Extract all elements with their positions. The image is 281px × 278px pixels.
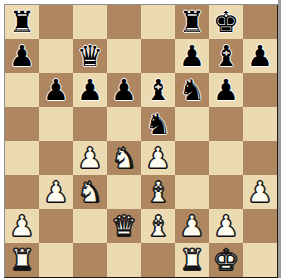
piece-white-rook-a1[interactable]: ♜ [9,243,35,277]
square-e3[interactable]: ♝ [141,175,175,209]
square-e2[interactable]: ♝ [141,209,175,243]
piece-white-knight-d4[interactable]: ♞ [111,141,137,175]
square-h8[interactable] [243,5,277,39]
square-f4[interactable] [175,141,209,175]
piece-black-knight-e5[interactable]: ♞ [145,107,171,141]
square-e5[interactable]: ♞ [141,107,175,141]
square-h3[interactable]: ♟ [243,175,277,209]
square-f1[interactable]: ♜ [175,243,209,277]
square-e4[interactable]: ♟ [141,141,175,175]
square-d7[interactable] [107,39,141,73]
square-b5[interactable] [39,107,73,141]
square-g6[interactable]: ♟ [209,73,243,107]
square-d2[interactable]: ♛ [107,209,141,243]
piece-white-pawn-h3[interactable]: ♟ [247,175,273,209]
square-c5[interactable] [73,107,107,141]
square-h1[interactable] [243,243,277,277]
square-b7[interactable] [39,39,73,73]
square-a1[interactable]: ♜ [5,243,39,277]
square-a3[interactable] [5,175,39,209]
piece-white-pawn-a2[interactable]: ♟ [9,209,35,243]
square-g5[interactable] [209,107,243,141]
piece-white-knight-c3[interactable]: ♞ [77,175,103,209]
piece-black-pawn-c6[interactable]: ♟ [77,73,103,107]
square-f5[interactable] [175,107,209,141]
piece-black-queen-c7[interactable]: ♛ [77,39,103,73]
square-h5[interactable] [243,107,277,141]
square-e8[interactable] [141,5,175,39]
square-e6[interactable]: ♝ [141,73,175,107]
piece-white-bishop-e2[interactable]: ♝ [145,209,171,243]
square-h7[interactable]: ♟ [243,39,277,73]
square-f2[interactable]: ♟ [175,209,209,243]
square-c3[interactable]: ♞ [73,175,107,209]
chess-board[interactable]: ♜♜♚♟♛♟♝♟♟♟♟♝♞♟♞♟♞♟♟♞♝♟♟♛♝♟♟♜♜♚ [5,5,277,277]
square-d1[interactable] [107,243,141,277]
square-g8[interactable]: ♚ [209,5,243,39]
square-c7[interactable]: ♛ [73,39,107,73]
square-g3[interactable] [209,175,243,209]
square-d4[interactable]: ♞ [107,141,141,175]
square-c8[interactable] [73,5,107,39]
piece-black-knight-f6[interactable]: ♞ [179,73,205,107]
piece-black-bishop-g7[interactable]: ♝ [213,39,239,73]
square-g4[interactable] [209,141,243,175]
square-f3[interactable] [175,175,209,209]
square-e1[interactable] [141,243,175,277]
square-a4[interactable] [5,141,39,175]
square-h2[interactable] [243,209,277,243]
square-g1[interactable]: ♚ [209,243,243,277]
board-frame: ♜♜♚♟♛♟♝♟♟♟♟♝♞♟♞♟♞♟♟♞♝♟♟♛♝♟♟♜♜♚ [4,4,279,278]
square-c6[interactable]: ♟ [73,73,107,107]
piece-white-pawn-b3[interactable]: ♟ [43,175,69,209]
square-h4[interactable] [243,141,277,175]
piece-black-pawn-a7[interactable]: ♟ [9,39,35,73]
square-h6[interactable] [243,73,277,107]
piece-white-pawn-g2[interactable]: ♟ [213,209,239,243]
square-d8[interactable] [107,5,141,39]
square-a5[interactable] [5,107,39,141]
square-a8[interactable]: ♜ [5,5,39,39]
piece-black-rook-f8[interactable]: ♜ [179,5,205,39]
square-c4[interactable]: ♟ [73,141,107,175]
chess-window: ♜♜♚♟♛♟♝♟♟♟♟♝♞♟♞♟♞♟♟♞♝♟♟♛♝♟♟♜♜♚ [0,0,281,278]
piece-black-pawn-b6[interactable]: ♟ [43,73,69,107]
square-b6[interactable]: ♟ [39,73,73,107]
piece-black-king-g8[interactable]: ♚ [213,5,239,39]
piece-white-king-g1[interactable]: ♚ [213,243,239,277]
piece-white-pawn-c4[interactable]: ♟ [77,141,103,175]
square-e7[interactable] [141,39,175,73]
square-b4[interactable] [39,141,73,175]
piece-black-pawn-g6[interactable]: ♟ [213,73,239,107]
piece-black-pawn-f7[interactable]: ♟ [179,39,205,73]
square-f8[interactable]: ♜ [175,5,209,39]
square-c1[interactable] [73,243,107,277]
square-b3[interactable]: ♟ [39,175,73,209]
square-b8[interactable] [39,5,73,39]
square-b2[interactable] [39,209,73,243]
square-g7[interactable]: ♝ [209,39,243,73]
piece-white-bishop-e3[interactable]: ♝ [145,175,171,209]
square-a7[interactable]: ♟ [5,39,39,73]
piece-white-rook-f1[interactable]: ♜ [179,243,205,277]
piece-black-pawn-d6[interactable]: ♟ [111,73,137,107]
piece-white-queen-d2[interactable]: ♛ [111,209,137,243]
square-f7[interactable]: ♟ [175,39,209,73]
piece-black-bishop-e6[interactable]: ♝ [145,73,171,107]
square-a2[interactable]: ♟ [5,209,39,243]
square-d3[interactable] [107,175,141,209]
square-b1[interactable] [39,243,73,277]
square-d5[interactable] [107,107,141,141]
frame-edge-right [278,0,281,278]
square-g2[interactable]: ♟ [209,209,243,243]
square-d6[interactable]: ♟ [107,73,141,107]
piece-black-pawn-h7[interactable]: ♟ [247,39,273,73]
piece-white-pawn-e4[interactable]: ♟ [145,141,171,175]
square-f6[interactable]: ♞ [175,73,209,107]
square-c2[interactable] [73,209,107,243]
piece-black-rook-a8[interactable]: ♜ [9,5,35,39]
piece-white-pawn-f2[interactable]: ♟ [179,209,205,243]
square-a6[interactable] [5,73,39,107]
